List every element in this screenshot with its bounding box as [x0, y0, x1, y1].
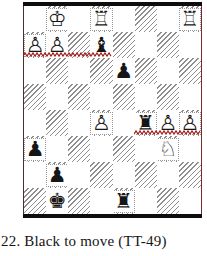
- square-c2: [68, 162, 90, 188]
- square-h1: [179, 188, 201, 214]
- square-a7: ♙: [24, 32, 46, 58]
- square-f5: [135, 84, 157, 110]
- square-g8: [157, 6, 179, 32]
- square-b5: [46, 84, 68, 110]
- piece-white-rook: ♖: [179, 8, 201, 31]
- square-h7: [179, 32, 201, 58]
- square-c5: [68, 84, 90, 110]
- square-e1: ♜: [113, 188, 135, 214]
- square-d4: ♙: [90, 110, 112, 136]
- square-e3: [113, 136, 135, 162]
- square-g6: [157, 58, 179, 84]
- square-b6: [46, 58, 68, 84]
- square-g1: [157, 188, 179, 214]
- chess-board: ♔♖♖♙♙♝♟♙♜♙♙♟♘♟♚♜: [23, 2, 202, 218]
- board-grid: ♔♖♖♙♙♝♟♙♜♙♙♟♘♟♚♜: [23, 6, 202, 214]
- piece-black-rook: ♜: [135, 112, 157, 135]
- square-e7: [113, 32, 135, 58]
- square-h5: [179, 84, 201, 110]
- piece-white-pawn: ♙: [90, 112, 112, 135]
- square-h2: [179, 162, 201, 188]
- square-h3: [179, 136, 201, 162]
- square-e2: [113, 162, 135, 188]
- square-f3: [135, 136, 157, 162]
- piece-white-king: ♔: [46, 8, 68, 31]
- square-d5: [90, 84, 112, 110]
- square-c8: [68, 6, 90, 32]
- piece-white-pawn: ♙: [179, 112, 201, 135]
- square-c3: [68, 136, 90, 162]
- square-b4: [46, 110, 68, 136]
- piece-black-pawn: ♟: [114, 61, 133, 82]
- square-b1: ♚: [46, 188, 68, 214]
- square-f8: [135, 6, 157, 32]
- piece-black-pawn: ♟: [24, 138, 46, 161]
- piece-black-bishop: ♝: [92, 35, 111, 56]
- square-c4: [68, 110, 90, 136]
- piece-white-knight: ♘: [157, 138, 179, 161]
- square-c7: [68, 32, 90, 58]
- square-f2: [135, 162, 157, 188]
- square-a1: [24, 188, 46, 214]
- square-d3: [90, 136, 112, 162]
- square-a5: [24, 84, 46, 110]
- square-d2: [90, 162, 112, 188]
- board-border-bottom: [23, 214, 202, 218]
- square-d1: [90, 188, 112, 214]
- square-g3: ♘: [157, 136, 179, 162]
- piece-black-pawn: ♟: [46, 164, 68, 187]
- square-f7: [135, 32, 157, 58]
- square-a4: [24, 110, 46, 136]
- piece-black-king: ♚: [48, 191, 67, 212]
- square-g4: ♙: [157, 110, 179, 136]
- square-f1: [135, 188, 157, 214]
- square-d7: ♝: [90, 32, 112, 58]
- square-a8: [24, 6, 46, 32]
- square-b8: ♔: [46, 6, 68, 32]
- square-e6: ♟: [113, 58, 135, 84]
- square-e4: [113, 110, 135, 136]
- square-h6: [179, 58, 201, 84]
- piece-white-rook: ♖: [90, 8, 112, 31]
- square-g5: [157, 84, 179, 110]
- square-b3: [46, 136, 68, 162]
- square-g7: [157, 32, 179, 58]
- square-e8: [113, 6, 135, 32]
- diagram-caption: 22. Black to move (TT-49): [1, 233, 206, 250]
- square-f6: [135, 58, 157, 84]
- square-c6: [68, 58, 90, 84]
- square-g2: [157, 162, 179, 188]
- square-a2: [24, 162, 46, 188]
- piece-black-rook: ♜: [113, 190, 135, 213]
- square-d6: [90, 58, 112, 84]
- square-h4: ♙: [179, 110, 201, 136]
- square-e5: [113, 84, 135, 110]
- square-b7: ♙: [46, 32, 68, 58]
- square-b2: ♟: [46, 162, 68, 188]
- piece-white-pawn: ♙: [48, 35, 67, 56]
- square-c1: [68, 188, 90, 214]
- square-d8: ♖: [90, 6, 112, 32]
- piece-white-pawn: ♙: [24, 34, 46, 57]
- square-a6: [24, 58, 46, 84]
- square-h8: ♖: [179, 6, 201, 32]
- piece-white-pawn: ♙: [158, 113, 177, 134]
- square-f4: ♜: [135, 110, 157, 136]
- square-a3: ♟: [24, 136, 46, 162]
